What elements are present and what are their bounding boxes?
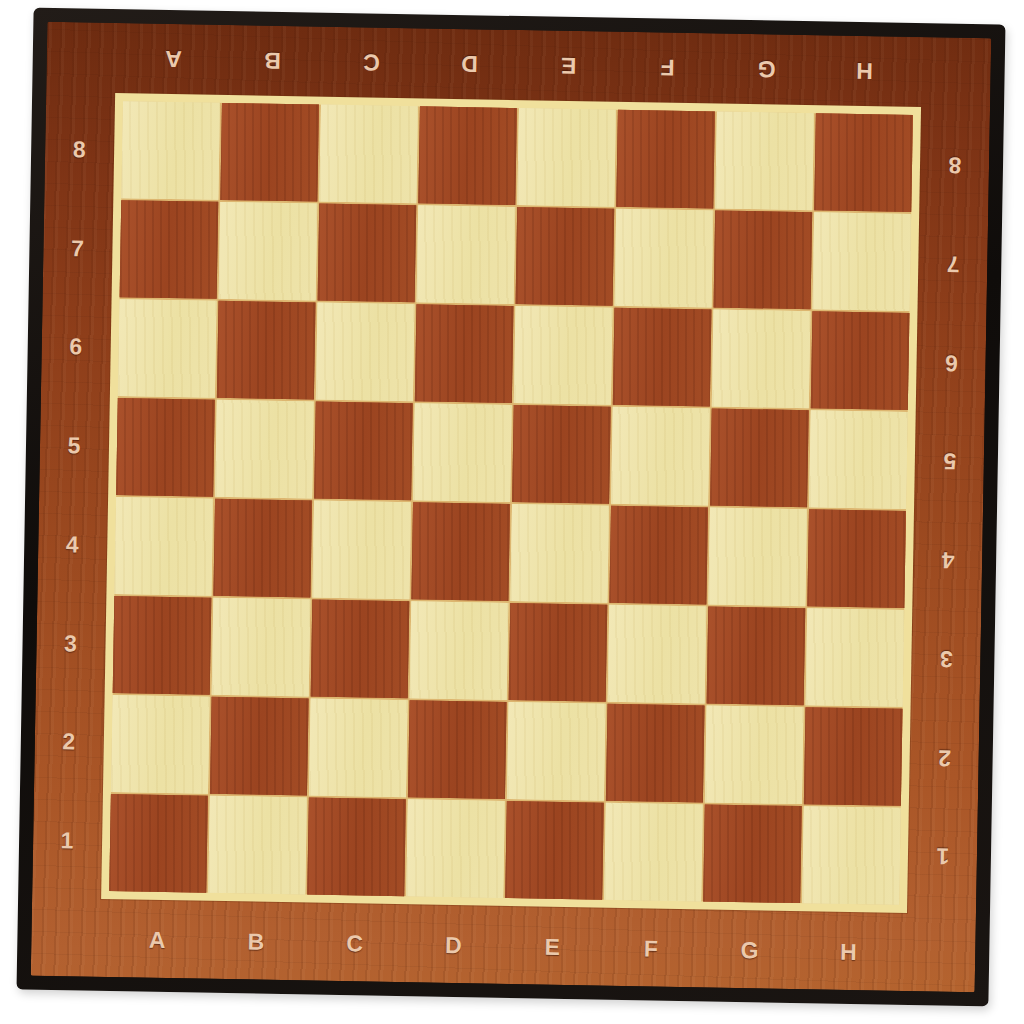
square-d7[interactable] bbox=[417, 205, 516, 304]
rank-right-label-7: 7 bbox=[917, 214, 988, 314]
square-b5[interactable] bbox=[215, 400, 314, 499]
file-bottom-label-f: F bbox=[601, 910, 701, 988]
file-bottom-label-h: H bbox=[799, 913, 899, 991]
square-f1[interactable] bbox=[604, 803, 703, 902]
square-b6[interactable] bbox=[217, 301, 316, 400]
file-top-label-c: C bbox=[321, 27, 421, 99]
square-a8[interactable] bbox=[121, 101, 220, 200]
square-d3[interactable] bbox=[410, 601, 509, 700]
rank-left-label-2: 2 bbox=[34, 692, 105, 792]
rank-right-label-4: 4 bbox=[912, 510, 983, 610]
square-a2[interactable] bbox=[111, 695, 210, 794]
square-a6[interactable] bbox=[118, 299, 217, 398]
square-b4[interactable] bbox=[213, 499, 312, 598]
rank-right-label-5: 5 bbox=[914, 411, 985, 511]
square-c2[interactable] bbox=[309, 699, 408, 798]
file-top-label-a: A bbox=[123, 23, 223, 95]
square-a7[interactable] bbox=[120, 200, 219, 299]
rank-left-label-4: 4 bbox=[37, 495, 108, 595]
square-b1[interactable] bbox=[208, 796, 307, 895]
square-g1[interactable] bbox=[703, 804, 802, 903]
file-bottom-label-g: G bbox=[700, 911, 800, 989]
rank-right-label-1: 1 bbox=[907, 806, 978, 906]
square-c3[interactable] bbox=[311, 600, 410, 699]
square-e7[interactable] bbox=[516, 207, 615, 306]
rank-right-label-3: 3 bbox=[911, 609, 982, 709]
file-top-label-e: E bbox=[518, 30, 618, 102]
square-d8[interactable] bbox=[418, 106, 517, 205]
square-d2[interactable] bbox=[408, 700, 507, 799]
square-h3[interactable] bbox=[806, 608, 905, 707]
board-inlay-line bbox=[101, 93, 921, 913]
square-d1[interactable] bbox=[406, 799, 505, 898]
square-e1[interactable] bbox=[505, 801, 604, 900]
square-e2[interactable] bbox=[507, 702, 606, 801]
square-g2[interactable] bbox=[705, 705, 804, 804]
board-wooden-border: ABCDEFGH ABCDEFGH 87654321 87654321 bbox=[31, 22, 992, 992]
square-e8[interactable] bbox=[517, 108, 616, 207]
rank-right-label-6: 6 bbox=[916, 313, 987, 413]
square-g7[interactable] bbox=[714, 211, 813, 310]
chess-board: ABCDEFGH ABCDEFGH 87654321 87654321 bbox=[17, 8, 1006, 1007]
square-g8[interactable] bbox=[715, 112, 814, 211]
file-bottom-label-d: D bbox=[404, 906, 504, 984]
square-f4[interactable] bbox=[609, 506, 708, 605]
square-h1[interactable] bbox=[802, 806, 901, 905]
file-top-label-d: D bbox=[419, 28, 519, 100]
file-bottom-label-c: C bbox=[305, 904, 405, 982]
file-bottom-label-a: A bbox=[108, 901, 208, 979]
square-a5[interactable] bbox=[116, 398, 215, 497]
square-g5[interactable] bbox=[710, 408, 809, 507]
square-c6[interactable] bbox=[316, 303, 415, 402]
square-e5[interactable] bbox=[512, 405, 611, 504]
square-f3[interactable] bbox=[608, 605, 707, 704]
rank-labels-right: 87654321 bbox=[907, 115, 990, 906]
rank-left-label-5: 5 bbox=[39, 396, 110, 496]
square-e3[interactable] bbox=[509, 603, 608, 702]
square-b8[interactable] bbox=[220, 103, 319, 202]
square-h8[interactable] bbox=[814, 113, 913, 212]
file-top-label-f: F bbox=[617, 32, 717, 104]
square-c7[interactable] bbox=[318, 204, 417, 303]
file-top-label-h: H bbox=[814, 35, 914, 107]
square-f2[interactable] bbox=[606, 704, 705, 803]
square-g6[interactable] bbox=[712, 310, 811, 409]
square-h2[interactable] bbox=[804, 707, 903, 806]
rank-right-label-8: 8 bbox=[919, 115, 990, 215]
rank-left-label-8: 8 bbox=[44, 100, 115, 200]
square-d4[interactable] bbox=[411, 502, 510, 601]
square-d5[interactable] bbox=[413, 403, 512, 502]
square-f5[interactable] bbox=[611, 407, 710, 506]
square-g4[interactable] bbox=[708, 507, 807, 606]
file-labels-bottom: ABCDEFGH bbox=[108, 901, 899, 991]
rank-left-label-1: 1 bbox=[32, 791, 103, 891]
square-a3[interactable] bbox=[113, 596, 212, 695]
square-c5[interactable] bbox=[314, 402, 413, 501]
square-f6[interactable] bbox=[613, 308, 712, 407]
square-b2[interactable] bbox=[210, 697, 309, 796]
square-h6[interactable] bbox=[811, 311, 910, 410]
square-g3[interactable] bbox=[707, 606, 806, 705]
square-b3[interactable] bbox=[212, 598, 311, 697]
square-c4[interactable] bbox=[312, 501, 411, 600]
square-h7[interactable] bbox=[812, 212, 911, 311]
file-bottom-label-b: B bbox=[206, 903, 306, 981]
square-e4[interactable] bbox=[510, 504, 609, 603]
file-top-label-g: G bbox=[716, 34, 816, 106]
rank-left-label-6: 6 bbox=[41, 297, 112, 397]
square-d6[interactable] bbox=[415, 304, 514, 403]
rank-left-label-7: 7 bbox=[43, 199, 114, 299]
square-c8[interactable] bbox=[319, 105, 418, 204]
rank-right-label-2: 2 bbox=[909, 708, 980, 808]
square-c1[interactable] bbox=[307, 798, 406, 897]
file-top-label-b: B bbox=[222, 25, 322, 97]
square-b7[interactable] bbox=[219, 202, 318, 301]
square-f7[interactable] bbox=[615, 209, 714, 308]
square-h5[interactable] bbox=[809, 410, 908, 509]
square-h4[interactable] bbox=[807, 509, 906, 608]
file-bottom-label-e: E bbox=[503, 908, 603, 986]
square-a1[interactable] bbox=[109, 794, 208, 893]
board-squares bbox=[109, 101, 913, 905]
square-e6[interactable] bbox=[514, 306, 613, 405]
square-f8[interactable] bbox=[616, 110, 715, 209]
square-a4[interactable] bbox=[114, 497, 213, 596]
rank-left-label-3: 3 bbox=[36, 593, 107, 693]
